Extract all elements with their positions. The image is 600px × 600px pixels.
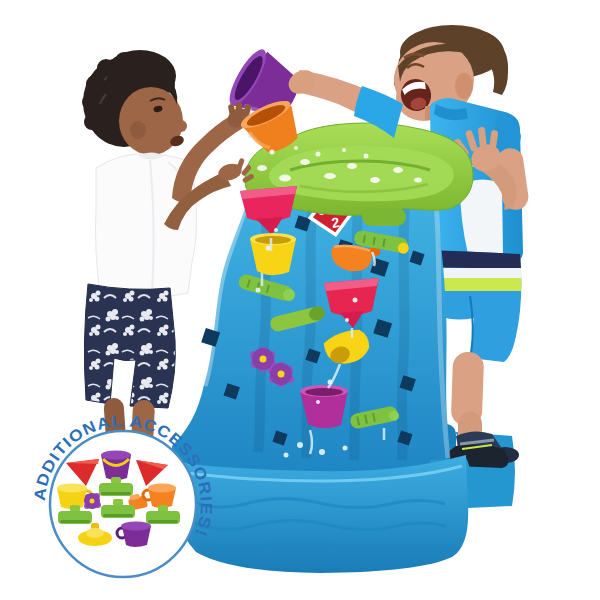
toddler-ear xyxy=(130,121,146,139)
boy-ear xyxy=(455,73,473,99)
product-photo-illustration: STEP 2 xyxy=(0,0,600,600)
product-photo: STEP 2 xyxy=(0,0,600,600)
badge-purple-wheel xyxy=(84,493,101,509)
yellow-bucket xyxy=(250,233,296,275)
toddler-head xyxy=(82,50,187,155)
child-toddler-left xyxy=(82,50,197,460)
tray-drain xyxy=(362,208,406,226)
badge-purple-bucket xyxy=(101,451,131,481)
toddler-nose xyxy=(175,120,187,132)
toddler-shorts xyxy=(84,284,175,408)
water-table-base xyxy=(172,455,471,573)
